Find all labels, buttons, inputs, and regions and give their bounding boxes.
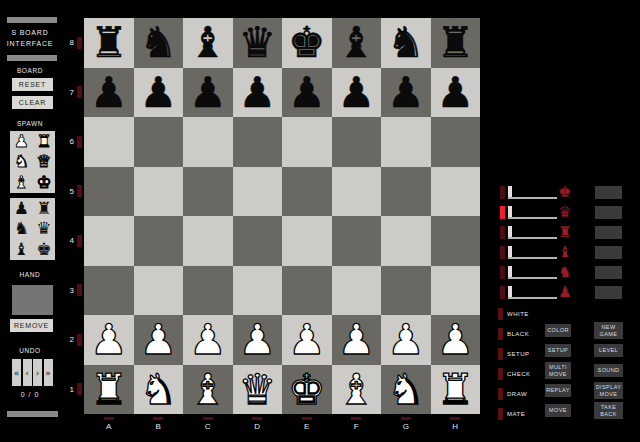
square-d6[interactable] — [233, 117, 283, 167]
piece-black-queen[interactable]: ♛ — [238, 18, 276, 68]
slider-button-knight[interactable] — [595, 266, 622, 279]
spawn-white-knight[interactable]: ♞ — [10, 152, 33, 173]
spawn-black-knight[interactable]: ♞ — [10, 219, 33, 240]
rank-label-4: 4 — [60, 216, 82, 266]
piece-white-knight[interactable]: ♞ — [139, 365, 177, 415]
square-f8[interactable]: ♝ — [332, 18, 382, 68]
fast-forward-button[interactable]: » — [44, 359, 53, 386]
square-h5[interactable] — [431, 167, 481, 217]
rank-marker — [77, 86, 82, 98]
file-letter: H — [452, 422, 458, 431]
slider-button-pawn[interactable] — [595, 286, 622, 299]
slider-button-king[interactable] — [595, 186, 622, 199]
file-marker — [252, 417, 262, 420]
spawn-white-queen[interactable]: ♛ — [33, 152, 56, 173]
square-g6[interactable] — [381, 117, 431, 167]
square-f4[interactable] — [332, 216, 382, 266]
file-label-a: A — [84, 417, 134, 431]
king-icon: ♚ — [555, 183, 575, 201]
square-g3[interactable] — [381, 266, 431, 316]
slider-button-queen[interactable] — [595, 206, 622, 219]
square-d2[interactable]: ♟ — [233, 315, 283, 365]
square-c5[interactable] — [183, 167, 233, 217]
file-label-d: D — [233, 417, 283, 431]
sound-button[interactable]: SOUND — [594, 364, 623, 377]
slider-track-pawn[interactable] — [508, 297, 557, 299]
rank-label-1: 1 — [60, 365, 82, 415]
square-h2[interactable]: ♟ — [431, 315, 481, 365]
piece-black-rook[interactable]: ♜ — [436, 18, 474, 68]
piece-black-pawn[interactable]: ♟ — [288, 68, 326, 118]
piece-black-knight[interactable]: ♞ — [387, 18, 425, 68]
rank-number: 3 — [70, 286, 74, 295]
app-window: { "game": "chess", "position": "rnbqkbnr… — [0, 0, 640, 442]
file-letter: D — [254, 422, 260, 431]
spawn-white-rook[interactable]: ♜ — [33, 131, 56, 152]
square-e6[interactable] — [282, 117, 332, 167]
slider-button-rook[interactable] — [595, 226, 622, 239]
square-e7[interactable]: ♟ — [282, 68, 332, 118]
step-back-button[interactable]: ‹ — [23, 359, 32, 386]
square-b6[interactable] — [134, 117, 184, 167]
spawn-white-pawn[interactable]: ♟ — [10, 131, 33, 152]
level-slider-row-bishop: ♝ — [498, 245, 628, 261]
square-g5[interactable] — [381, 167, 431, 217]
file-letter: C — [205, 422, 211, 431]
rank-marker — [77, 37, 82, 49]
rank-marker — [77, 284, 82, 296]
square-d5[interactable] — [233, 167, 283, 217]
piece-white-pawn[interactable]: ♟ — [337, 315, 375, 365]
slider-indicator-pawn — [500, 286, 505, 299]
file-letter: F — [354, 422, 359, 431]
rank-label-8: 8 — [60, 18, 82, 68]
square-b4[interactable] — [134, 216, 184, 266]
slider-track-king[interactable] — [508, 197, 557, 199]
setup-button[interactable]: SETUP — [545, 344, 571, 357]
piece-black-bishop[interactable]: ♝ — [189, 18, 227, 68]
rank-number: 2 — [70, 335, 74, 344]
square-g1[interactable]: ♞ — [381, 365, 431, 415]
spawn-black-pawn[interactable]: ♟ — [10, 198, 33, 219]
square-e5[interactable] — [282, 167, 332, 217]
square-c1[interactable]: ♝ — [183, 365, 233, 415]
undo-counter: 0 / 0 — [0, 391, 60, 398]
status-label: DRAW — [507, 391, 527, 397]
spawn-black-bishop[interactable]: ♝ — [10, 239, 33, 260]
slider-track-queen[interactable] — [508, 217, 557, 219]
square-g7[interactable]: ♟ — [381, 68, 431, 118]
square-e1[interactable]: ♚ — [282, 365, 332, 415]
square-d8[interactable]: ♛ — [233, 18, 283, 68]
status-indicator-check — [498, 368, 503, 380]
sidebar-divider — [7, 55, 57, 61]
square-b5[interactable] — [134, 167, 184, 217]
slider-track-bishop[interactable] — [508, 257, 557, 259]
rank-number: 6 — [70, 137, 74, 146]
square-f6[interactable] — [332, 117, 382, 167]
square-f2[interactable]: ♟ — [332, 315, 382, 365]
rank-marker — [77, 383, 82, 395]
file-label-h: H — [431, 417, 481, 431]
square-g2[interactable]: ♟ — [381, 315, 431, 365]
square-e8[interactable]: ♚ — [282, 18, 332, 68]
level-button[interactable]: LEVEL — [594, 344, 623, 357]
square-b7[interactable]: ♟ — [134, 68, 184, 118]
piece-black-pawn[interactable]: ♟ — [90, 68, 128, 118]
square-h1[interactable]: ♜ — [431, 365, 481, 415]
hand-section-label: HAND — [0, 271, 60, 278]
square-a2[interactable]: ♟ — [84, 315, 134, 365]
step-forward-button[interactable]: › — [33, 359, 42, 386]
square-h3[interactable] — [431, 266, 481, 316]
slider-indicator-bishop — [500, 246, 505, 259]
piece-black-pawn[interactable]: ♟ — [337, 68, 375, 118]
piece-black-rook[interactable]: ♜ — [90, 18, 128, 68]
clear-button[interactable]: CLEAR — [12, 96, 53, 109]
rank-number: 8 — [70, 38, 74, 47]
square-c6[interactable] — [183, 117, 233, 167]
rank-marker — [77, 185, 82, 197]
move-button[interactable]: MOVE — [545, 404, 571, 417]
replay-button[interactable]: REPLAY — [545, 384, 571, 397]
piece-white-pawn[interactable]: ♟ — [139, 315, 177, 365]
piece-white-king[interactable]: ♚ — [288, 365, 326, 415]
rank-label-7: 7 — [60, 68, 82, 118]
square-g4[interactable] — [381, 216, 431, 266]
rank-number: 4 — [70, 236, 74, 245]
level-slider-row-pawn: ♟ — [498, 285, 628, 301]
square-a1[interactable]: ♜ — [84, 365, 134, 415]
square-h8[interactable]: ♜ — [431, 18, 481, 68]
reset-button[interactable]: RESET — [12, 78, 53, 91]
piece-white-pawn[interactable]: ♟ — [189, 315, 227, 365]
status-indicator-white — [498, 308, 503, 320]
piece-black-king[interactable]: ♚ — [288, 18, 326, 68]
queen-icon: ♛ — [555, 203, 575, 221]
square-h6[interactable] — [431, 117, 481, 167]
file-label-e: E — [282, 417, 332, 431]
slider-indicator-rook — [500, 226, 505, 239]
undo-controls: «‹›» — [12, 359, 53, 386]
pawn-icon: ♟ — [555, 283, 575, 301]
file-marker — [401, 417, 411, 420]
rank-number: 7 — [70, 88, 74, 97]
status-label: CHECK — [507, 371, 531, 377]
square-b2[interactable]: ♟ — [134, 315, 184, 365]
file-label-c: C — [183, 417, 233, 431]
piece-white-pawn[interactable]: ♟ — [288, 315, 326, 365]
square-c8[interactable]: ♝ — [183, 18, 233, 68]
piece-white-knight[interactable]: ♞ — [387, 365, 425, 415]
rank-marker — [77, 334, 82, 346]
spawn-black-queen[interactable]: ♛ — [33, 219, 56, 240]
status-indicator-setup — [498, 348, 503, 360]
square-c3[interactable] — [183, 266, 233, 316]
slider-indicator-queen — [500, 206, 505, 219]
square-f3[interactable] — [332, 266, 382, 316]
square-b1[interactable]: ♞ — [134, 365, 184, 415]
rank-label-6: 6 — [60, 117, 82, 167]
spawn-white-king[interactable]: ♚ — [33, 172, 56, 193]
rank-label-5: 5 — [60, 167, 82, 217]
chess-board: ♜♞♝♛♚♝♞♜♟♟♟♟♟♟♟♟♟♟♟♟♟♟♟♟♜♞♝♛♚♝♞♜ — [84, 18, 480, 414]
rank-marker — [77, 235, 82, 247]
piece-white-queen[interactable]: ♛ — [238, 365, 276, 415]
square-h7[interactable]: ♟ — [431, 68, 481, 118]
file-marker — [450, 417, 460, 420]
file-marker — [104, 417, 114, 420]
square-f7[interactable]: ♟ — [332, 68, 382, 118]
file-label-g: G — [381, 417, 431, 431]
square-b8[interactable]: ♞ — [134, 18, 184, 68]
square-c7[interactable]: ♟ — [183, 68, 233, 118]
square-e3[interactable] — [282, 266, 332, 316]
file-marker — [203, 417, 213, 420]
slider-track-rook[interactable] — [508, 237, 557, 239]
rank-number: 5 — [70, 187, 74, 196]
piece-white-bishop[interactable]: ♝ — [189, 365, 227, 415]
take-back-button[interactable]: TAKE BACK — [594, 402, 623, 419]
hand-slot[interactable] — [12, 285, 53, 315]
rank-marker — [77, 136, 82, 148]
status-indicator-mate — [498, 408, 503, 420]
new-game-button[interactable]: NEW GAME — [594, 322, 623, 339]
rank-number: 1 — [70, 385, 74, 394]
knight-icon: ♞ — [555, 263, 575, 281]
square-d3[interactable] — [233, 266, 283, 316]
piece-black-bishop[interactable]: ♝ — [337, 18, 375, 68]
rank-labels: 87654321 — [60, 18, 82, 414]
status-row-white: WHITE — [498, 307, 558, 320]
piece-white-rook[interactable]: ♜ — [90, 365, 128, 415]
square-h4[interactable] — [431, 216, 481, 266]
level-slider-row-rook: ♜ — [498, 225, 628, 241]
square-e2[interactable]: ♟ — [282, 315, 332, 365]
piece-black-pawn[interactable]: ♟ — [189, 68, 227, 118]
slider-indicator-knight — [500, 266, 505, 279]
square-d7[interactable]: ♟ — [233, 68, 283, 118]
square-f5[interactable] — [332, 167, 382, 217]
rank-label-3: 3 — [60, 266, 82, 316]
square-a7[interactable]: ♟ — [84, 68, 134, 118]
square-a5[interactable] — [84, 167, 134, 217]
piece-black-pawn[interactable]: ♟ — [238, 68, 276, 118]
file-letter: E — [304, 422, 309, 431]
piece-white-rook[interactable]: ♜ — [436, 365, 474, 415]
piece-black-pawn[interactable]: ♟ — [139, 68, 177, 118]
spawn-panel-black: ♟♜♞♛♝♚ — [10, 198, 55, 260]
level-slider-row-queen: ♛ — [498, 205, 628, 221]
file-letter: B — [156, 422, 161, 431]
slider-button-bishop[interactable] — [595, 246, 622, 259]
rank-label-2: 2 — [60, 315, 82, 365]
status-label: WHITE — [507, 311, 529, 317]
spawn-black-rook[interactable]: ♜ — [33, 198, 56, 219]
status-label: BLACK — [507, 331, 529, 337]
spawn-section-label: SPAWN — [0, 120, 60, 127]
status-label: SETUP — [507, 351, 530, 357]
file-marker — [153, 417, 163, 420]
display-move-button[interactable]: DISPLAY MOVE — [594, 382, 623, 399]
slider-indicator-king — [500, 186, 505, 199]
piece-black-knight[interactable]: ♞ — [139, 18, 177, 68]
spawn-panel-white: ♟♜♞♛♝♚ — [10, 131, 55, 193]
square-g8[interactable]: ♞ — [381, 18, 431, 68]
square-e4[interactable] — [282, 216, 332, 266]
multi-move-button[interactable]: MULTI MOVE — [545, 362, 571, 379]
square-f1[interactable]: ♝ — [332, 365, 382, 415]
piece-white-pawn[interactable]: ♟ — [387, 315, 425, 365]
file-labels: ABCDEFGH — [84, 417, 480, 431]
spawn-black-king[interactable]: ♚ — [33, 239, 56, 260]
slider-track-knight[interactable] — [508, 277, 557, 279]
square-d4[interactable] — [233, 216, 283, 266]
level-slider-row-knight: ♞ — [498, 265, 628, 281]
file-letter: A — [106, 422, 111, 431]
file-label-f: F — [332, 417, 382, 431]
status-indicator-draw — [498, 388, 503, 400]
square-a3[interactable] — [84, 266, 134, 316]
remove-button[interactable]: REMOVE — [10, 319, 53, 332]
square-c2[interactable]: ♟ — [183, 315, 233, 365]
file-label-b: B — [134, 417, 184, 431]
file-marker — [302, 417, 312, 420]
rewind-to-start-button[interactable]: « — [12, 359, 21, 386]
sidebar-top-divider — [7, 17, 57, 23]
file-letter: G — [403, 422, 409, 431]
status-indicator-black — [498, 328, 503, 340]
square-a6[interactable] — [84, 117, 134, 167]
square-a8[interactable]: ♜ — [84, 18, 134, 68]
rook-icon: ♜ — [555, 223, 575, 241]
square-a4[interactable] — [84, 216, 134, 266]
piece-white-pawn[interactable]: ♟ — [90, 315, 128, 365]
undo-section-label: UNDO — [0, 347, 60, 354]
piece-white-pawn[interactable]: ♟ — [436, 315, 474, 365]
square-c4[interactable] — [183, 216, 233, 266]
status-label: MATE — [507, 411, 525, 417]
square-b3[interactable] — [134, 266, 184, 316]
app-title-line2: INTERFACE — [0, 38, 60, 49]
piece-black-pawn[interactable]: ♟ — [436, 68, 474, 118]
board-section-label: BOARD — [0, 67, 60, 74]
file-marker — [351, 417, 361, 420]
piece-black-pawn[interactable]: ♟ — [387, 68, 425, 118]
sidebar-bottom-divider — [7, 411, 58, 417]
app-title-line1: S BOARD — [0, 27, 60, 38]
piece-white-bishop[interactable]: ♝ — [337, 365, 375, 415]
square-d1[interactable]: ♛ — [233, 365, 283, 415]
spawn-white-bishop[interactable]: ♝ — [10, 172, 33, 193]
bishop-icon: ♝ — [555, 243, 575, 261]
level-slider-row-king: ♚ — [498, 185, 628, 201]
piece-white-pawn[interactable]: ♟ — [238, 315, 276, 365]
color-button[interactable]: COLOR — [545, 324, 571, 337]
